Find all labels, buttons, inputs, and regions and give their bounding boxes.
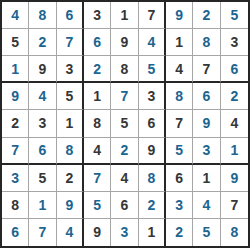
cell-r8c4[interactable]: 5 [84, 192, 111, 219]
cell-r5c6[interactable]: 6 [139, 110, 166, 137]
cell-r7c5[interactable]: 4 [111, 165, 138, 192]
cell-r2c9[interactable]: 3 [221, 29, 248, 56]
cell-r1c1[interactable]: 4 [2, 2, 29, 29]
cell-r6c1[interactable]: 7 [2, 138, 29, 165]
cell-r5c5[interactable]: 5 [111, 110, 138, 137]
cell-r7c8[interactable]: 1 [193, 165, 220, 192]
cell-r3c2[interactable]: 9 [29, 56, 56, 83]
cell-r5c2[interactable]: 3 [29, 110, 56, 137]
cell-r1c6[interactable]: 7 [139, 2, 166, 29]
cell-r3c4[interactable]: 2 [84, 56, 111, 83]
cell-r8c6[interactable]: 2 [139, 192, 166, 219]
cell-r9c7[interactable]: 2 [166, 219, 193, 246]
cell-r7c2[interactable]: 5 [29, 165, 56, 192]
cell-r8c3[interactable]: 9 [57, 192, 84, 219]
cell-r6c2[interactable]: 6 [29, 138, 56, 165]
cell-r7c4[interactable]: 7 [84, 165, 111, 192]
cell-r2c8[interactable]: 8 [193, 29, 220, 56]
cell-r5c3[interactable]: 1 [57, 110, 84, 137]
cell-r3c1[interactable]: 1 [2, 56, 29, 83]
cell-r3c6[interactable]: 5 [139, 56, 166, 83]
cell-r8c5[interactable]: 6 [111, 192, 138, 219]
cell-r8c8[interactable]: 4 [193, 192, 220, 219]
cell-r7c3[interactable]: 2 [57, 165, 84, 192]
cell-r9c5[interactable]: 3 [111, 219, 138, 246]
cell-r3c3[interactable]: 3 [57, 56, 84, 83]
cell-r3c9[interactable]: 6 [221, 56, 248, 83]
cell-r1c9[interactable]: 5 [221, 2, 248, 29]
cell-r7c6[interactable]: 8 [139, 165, 166, 192]
cell-r2c1[interactable]: 5 [2, 29, 29, 56]
cell-r9c3[interactable]: 4 [57, 219, 84, 246]
cell-r8c1[interactable]: 8 [2, 192, 29, 219]
cell-r5c9[interactable]: 4 [221, 110, 248, 137]
cell-r7c7[interactable]: 6 [166, 165, 193, 192]
cell-r1c4[interactable]: 3 [84, 2, 111, 29]
sudoku-board: 4863179255276941831932854769451738622318… [0, 0, 250, 248]
cell-r9c8[interactable]: 5 [193, 219, 220, 246]
cell-r5c4[interactable]: 8 [84, 110, 111, 137]
cell-r2c5[interactable]: 9 [111, 29, 138, 56]
cell-r4c4[interactable]: 1 [84, 83, 111, 110]
cell-r4c9[interactable]: 2 [221, 83, 248, 110]
cell-r6c3[interactable]: 8 [57, 138, 84, 165]
cell-r5c7[interactable]: 7 [166, 110, 193, 137]
cell-r2c3[interactable]: 7 [57, 29, 84, 56]
cell-r2c6[interactable]: 4 [139, 29, 166, 56]
cell-r6c6[interactable]: 9 [139, 138, 166, 165]
cell-r1c3[interactable]: 6 [57, 2, 84, 29]
cell-r9c2[interactable]: 7 [29, 219, 56, 246]
cell-r7c9[interactable]: 9 [221, 165, 248, 192]
cell-r9c9[interactable]: 8 [221, 219, 248, 246]
cell-r4c1[interactable]: 9 [2, 83, 29, 110]
cell-r4c2[interactable]: 4 [29, 83, 56, 110]
cell-r1c5[interactable]: 1 [111, 2, 138, 29]
cell-r5c8[interactable]: 9 [193, 110, 220, 137]
cell-r2c7[interactable]: 1 [166, 29, 193, 56]
cell-r1c7[interactable]: 9 [166, 2, 193, 29]
cell-r2c2[interactable]: 2 [29, 29, 56, 56]
cell-r6c5[interactable]: 2 [111, 138, 138, 165]
cell-r4c6[interactable]: 3 [139, 83, 166, 110]
cell-r1c8[interactable]: 2 [193, 2, 220, 29]
cell-r6c8[interactable]: 3 [193, 138, 220, 165]
sudoku-app: 4863179255276941831932854769451738622318… [0, 0, 250, 248]
cell-r6c9[interactable]: 1 [221, 138, 248, 165]
cell-r9c6[interactable]: 1 [139, 219, 166, 246]
cell-r4c3[interactable]: 5 [57, 83, 84, 110]
cell-r7c1[interactable]: 3 [2, 165, 29, 192]
cell-r8c7[interactable]: 3 [166, 192, 193, 219]
cell-r1c2[interactable]: 8 [29, 2, 56, 29]
cell-r8c2[interactable]: 1 [29, 192, 56, 219]
cell-r6c7[interactable]: 5 [166, 138, 193, 165]
cell-r2c4[interactable]: 6 [84, 29, 111, 56]
cell-r4c5[interactable]: 7 [111, 83, 138, 110]
cell-r3c8[interactable]: 7 [193, 56, 220, 83]
cell-r9c1[interactable]: 6 [2, 219, 29, 246]
cell-r3c5[interactable]: 8 [111, 56, 138, 83]
cell-r9c4[interactable]: 9 [84, 219, 111, 246]
cell-r4c8[interactable]: 6 [193, 83, 220, 110]
cell-r4c7[interactable]: 8 [166, 83, 193, 110]
cell-r5c1[interactable]: 2 [2, 110, 29, 137]
cell-r8c9[interactable]: 7 [221, 192, 248, 219]
cell-r6c4[interactable]: 4 [84, 138, 111, 165]
cell-r3c7[interactable]: 4 [166, 56, 193, 83]
